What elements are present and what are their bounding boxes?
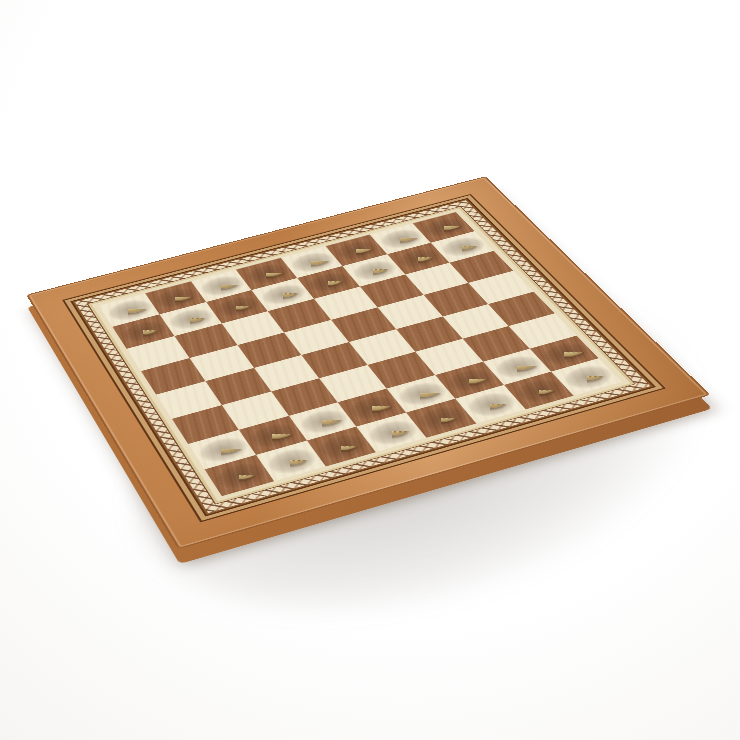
silver-pawn-glyph: ♟	[211, 400, 267, 474]
camera-tilt: ♜♞♝♛♚♝♞♜♟♟♟♟♟♟♟♟♜♞♝♛♚♝♞♜♟♟♟♟♟♟♟♟	[0, 0, 740, 740]
chess-board: ♜♞♝♛♚♝♞♜♟♟♟♟♟♟♟♟♜♞♝♛♚♝♞♜♟♟♟♟♟♟♟♟	[26, 176, 710, 549]
product-photo: ♜♞♝♛♚♝♞♜♟♟♟♟♟♟♟♟♜♞♝♛♚♝♞♜♟♟♟♟♟♟♟♟	[0, 0, 740, 740]
perspective-scene: ♜♞♝♛♚♝♞♜♟♟♟♟♟♟♟♟♜♞♝♛♚♝♞♜♟♟♟♟♟♟♟♟	[0, 0, 740, 740]
